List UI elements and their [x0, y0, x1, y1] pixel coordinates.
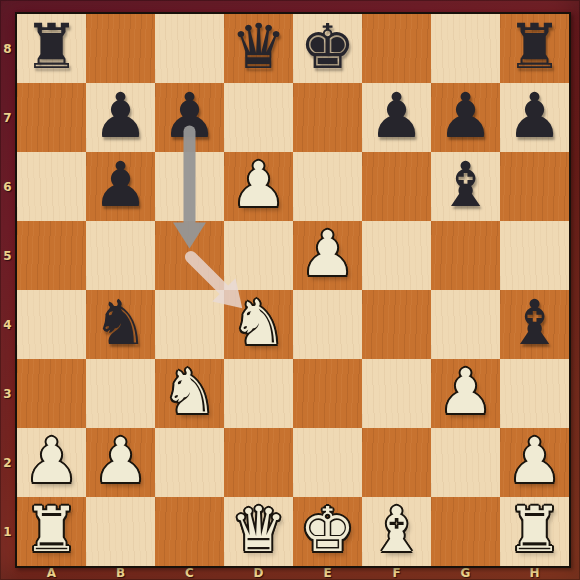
square-h7[interactable]: ♟: [500, 83, 569, 152]
piece-black-queen-d8[interactable]: ♛: [231, 16, 287, 78]
piece-black-pawn-f7[interactable]: ♟: [369, 85, 425, 147]
piece-white-pawn-g3[interactable]: ♟: [438, 361, 494, 423]
square-c5[interactable]: [155, 221, 224, 290]
square-h8[interactable]: ♜: [500, 14, 569, 83]
square-g3[interactable]: ♟: [431, 359, 500, 428]
piece-white-rook-a1[interactable]: ♜: [24, 499, 80, 561]
piece-white-pawn-a2[interactable]: ♟: [24, 430, 80, 492]
square-c6[interactable]: [155, 152, 224, 221]
square-f8[interactable]: [362, 14, 431, 83]
square-d6[interactable]: ♟: [224, 152, 293, 221]
square-c1[interactable]: [155, 497, 224, 566]
square-c7[interactable]: ♟: [155, 83, 224, 152]
square-e4[interactable]: [293, 290, 362, 359]
rank-label-5: 5: [0, 221, 15, 290]
square-d8[interactable]: ♛: [224, 14, 293, 83]
chessboard-app: 87654321 ABCDEFGH ♜♛♚♜♟♟♟♟♟♟♟♝♟♞♞♝♞♟♟♟♟♜…: [0, 0, 580, 580]
square-g4[interactable]: [431, 290, 500, 359]
square-e7[interactable]: [293, 83, 362, 152]
square-a5[interactable]: [17, 221, 86, 290]
square-a7[interactable]: [17, 83, 86, 152]
piece-black-pawn-h7[interactable]: ♟: [507, 85, 563, 147]
piece-white-knight-d4[interactable]: ♞: [231, 292, 287, 354]
square-h4[interactable]: ♝: [500, 290, 569, 359]
square-h2[interactable]: ♟: [500, 428, 569, 497]
square-b5[interactable]: [86, 221, 155, 290]
piece-white-bishop-f1[interactable]: ♝: [369, 499, 425, 561]
square-e8[interactable]: ♚: [293, 14, 362, 83]
square-b4[interactable]: ♞: [86, 290, 155, 359]
piece-black-bishop-g6[interactable]: ♝: [438, 154, 494, 216]
piece-black-king-e8[interactable]: ♚: [300, 16, 356, 78]
square-b6[interactable]: ♟: [86, 152, 155, 221]
square-e5[interactable]: ♟: [293, 221, 362, 290]
square-f7[interactable]: ♟: [362, 83, 431, 152]
piece-white-pawn-b2[interactable]: ♟: [93, 430, 149, 492]
square-b7[interactable]: ♟: [86, 83, 155, 152]
piece-white-king-e1[interactable]: ♚: [300, 499, 356, 561]
square-f6[interactable]: [362, 152, 431, 221]
square-f1[interactable]: ♝: [362, 497, 431, 566]
piece-black-pawn-c7[interactable]: ♟: [162, 85, 218, 147]
square-g5[interactable]: [431, 221, 500, 290]
square-h1[interactable]: ♜: [500, 497, 569, 566]
square-d2[interactable]: [224, 428, 293, 497]
piece-black-pawn-b7[interactable]: ♟: [93, 85, 149, 147]
square-a8[interactable]: ♜: [17, 14, 86, 83]
square-a3[interactable]: [17, 359, 86, 428]
square-b8[interactable]: [86, 14, 155, 83]
piece-black-rook-h8[interactable]: ♜: [507, 16, 563, 78]
piece-white-queen-d1[interactable]: ♛: [231, 499, 287, 561]
square-g2[interactable]: [431, 428, 500, 497]
rank-label-3: 3: [0, 359, 15, 428]
square-a6[interactable]: [17, 152, 86, 221]
square-g8[interactable]: [431, 14, 500, 83]
piece-black-pawn-b6[interactable]: ♟: [93, 154, 149, 216]
square-d3[interactable]: [224, 359, 293, 428]
piece-black-pawn-g7[interactable]: ♟: [438, 85, 494, 147]
square-h6[interactable]: [500, 152, 569, 221]
square-b2[interactable]: ♟: [86, 428, 155, 497]
square-g6[interactable]: ♝: [431, 152, 500, 221]
square-a4[interactable]: [17, 290, 86, 359]
square-c8[interactable]: [155, 14, 224, 83]
chess-board[interactable]: ♜♛♚♜♟♟♟♟♟♟♟♝♟♞♞♝♞♟♟♟♟♜♛♚♝♜: [15, 12, 571, 568]
piece-white-pawn-d6[interactable]: ♟: [231, 154, 287, 216]
piece-white-knight-c3[interactable]: ♞: [162, 361, 218, 423]
square-e1[interactable]: ♚: [293, 497, 362, 566]
rank-label-8: 8: [0, 14, 15, 83]
square-b3[interactable]: [86, 359, 155, 428]
rank-label-1: 1: [0, 497, 15, 566]
square-b1[interactable]: [86, 497, 155, 566]
piece-black-rook-a8[interactable]: ♜: [24, 16, 80, 78]
square-e6[interactable]: [293, 152, 362, 221]
square-a2[interactable]: ♟: [17, 428, 86, 497]
square-a1[interactable]: ♜: [17, 497, 86, 566]
square-h5[interactable]: [500, 221, 569, 290]
piece-white-rook-h1[interactable]: ♜: [507, 499, 563, 561]
square-g1[interactable]: [431, 497, 500, 566]
square-d4[interactable]: ♞: [224, 290, 293, 359]
rank-labels: 87654321: [0, 14, 15, 566]
rank-label-6: 6: [0, 152, 15, 221]
piece-white-pawn-e5[interactable]: ♟: [300, 223, 356, 285]
square-c3[interactable]: ♞: [155, 359, 224, 428]
rank-label-7: 7: [0, 83, 15, 152]
piece-white-pawn-h2[interactable]: ♟: [507, 430, 563, 492]
square-h3[interactable]: [500, 359, 569, 428]
square-d7[interactable]: [224, 83, 293, 152]
square-f2[interactable]: [362, 428, 431, 497]
square-e3[interactable]: [293, 359, 362, 428]
square-f3[interactable]: [362, 359, 431, 428]
square-c2[interactable]: [155, 428, 224, 497]
square-g7[interactable]: ♟: [431, 83, 500, 152]
square-f5[interactable]: [362, 221, 431, 290]
square-c4[interactable]: [155, 290, 224, 359]
piece-black-knight-b4[interactable]: ♞: [93, 292, 149, 354]
square-d5[interactable]: [224, 221, 293, 290]
square-d1[interactable]: ♛: [224, 497, 293, 566]
rank-label-4: 4: [0, 290, 15, 359]
piece-black-bishop-h4[interactable]: ♝: [507, 292, 563, 354]
square-f4[interactable]: [362, 290, 431, 359]
square-e2[interactable]: [293, 428, 362, 497]
rank-label-2: 2: [0, 428, 15, 497]
